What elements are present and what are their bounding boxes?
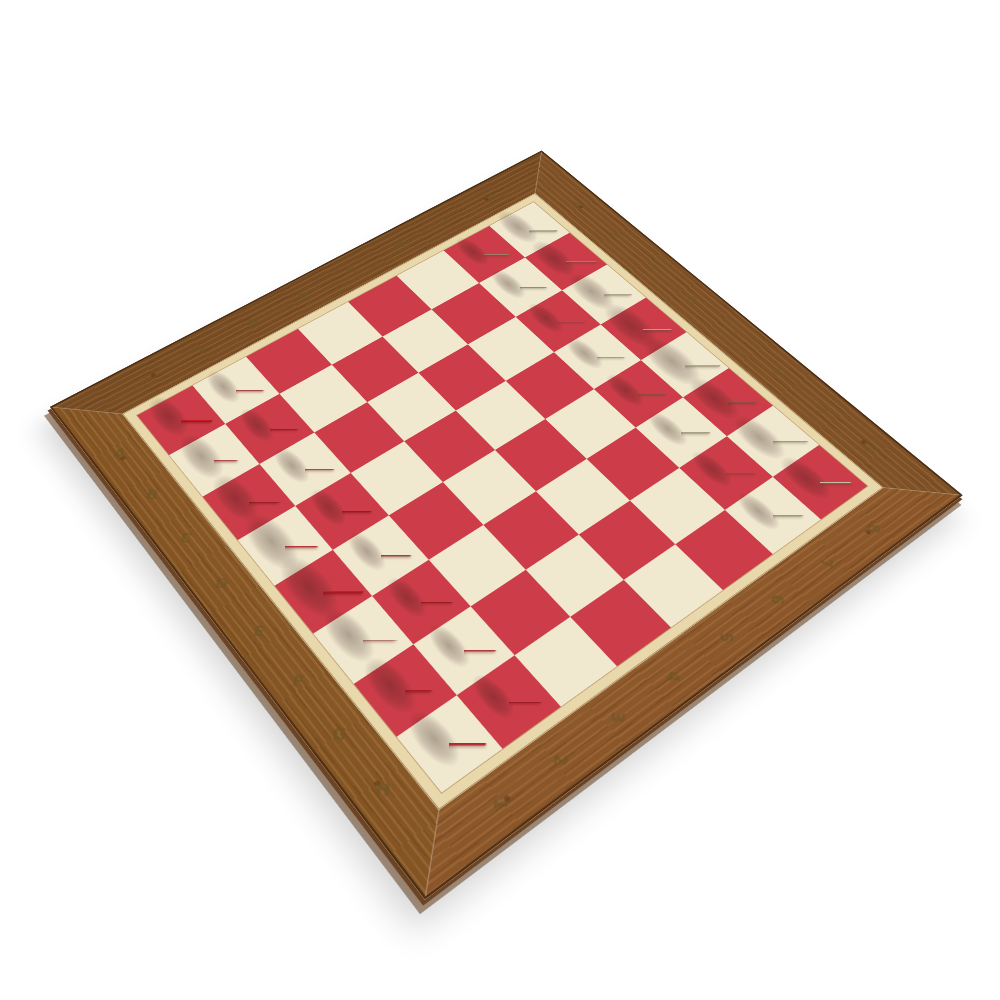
chess-board: 8877665544332211AABBCCDDEEFFGGHH ♜♞♝♛♚♝♞…	[50, 151, 963, 900]
photo-canvas: 8877665544332211AABBCCDDEEFFGGHH ♜♞♝♛♚♝♞…	[0, 0, 1000, 1000]
rook-glyph: ♜	[392, 635, 507, 763]
piece-layer: ♜♞♝♛♚♝♞♜♟♟♟♟♟♟♟♟♟♟♟♟♟♟♟♟♜♞♝♛♚♝♞♜	[50, 151, 963, 900]
